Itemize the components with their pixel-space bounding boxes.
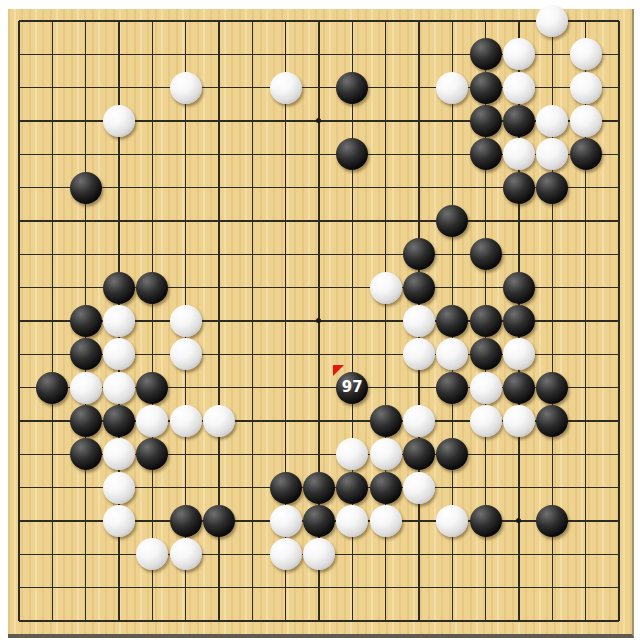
stone-white [436, 505, 468, 537]
stone-black [370, 472, 402, 504]
stone-black [336, 472, 368, 504]
stone-black [70, 338, 102, 370]
stone-black [536, 405, 568, 437]
stone-white [570, 105, 602, 137]
stone-black [436, 372, 468, 404]
stone-white [336, 505, 368, 537]
stone-white [336, 438, 368, 470]
stone-white [536, 138, 568, 170]
stone-white [536, 5, 568, 37]
stone-white [270, 505, 302, 537]
stone-white [103, 505, 135, 537]
stone-white [403, 338, 435, 370]
stone-black [270, 472, 302, 504]
stone-white [370, 438, 402, 470]
stone-black [436, 205, 468, 237]
stone-black [303, 505, 335, 537]
stone-black [136, 372, 168, 404]
stone-white [503, 405, 535, 437]
stone-black [570, 138, 602, 170]
stone-white [436, 72, 468, 104]
stone-black [536, 372, 568, 404]
move-number-label: 97 [342, 380, 363, 395]
stone-black [203, 505, 235, 537]
stone-black [503, 272, 535, 304]
stone-white [503, 138, 535, 170]
stone-black [136, 272, 168, 304]
stone-white [170, 405, 202, 437]
stone-black [170, 505, 202, 537]
stone-black [403, 238, 435, 270]
stone-white [270, 72, 302, 104]
stone-black [70, 405, 102, 437]
stone-white [103, 338, 135, 370]
stone-white [570, 38, 602, 70]
star-point [316, 118, 321, 123]
last-move-marker [333, 365, 344, 376]
stone-black [503, 105, 535, 137]
stone-white [370, 505, 402, 537]
stone-black [503, 172, 535, 204]
stone-black [70, 438, 102, 470]
grid-line-vertical [618, 21, 620, 621]
go-game-screenshot: 97 [0, 0, 640, 640]
stone-black [503, 372, 535, 404]
stone-white [403, 405, 435, 437]
stone-black [470, 105, 502, 137]
stone-white [503, 338, 535, 370]
stone-white [103, 372, 135, 404]
stone-black [136, 438, 168, 470]
stone-white [436, 338, 468, 370]
stone-white [570, 72, 602, 104]
stone-white [503, 72, 535, 104]
stone-white [470, 372, 502, 404]
stone-white [103, 105, 135, 137]
star-point [316, 318, 321, 323]
stone-black [436, 305, 468, 337]
stone-black [536, 505, 568, 537]
stone-black [470, 505, 502, 537]
stone-white [103, 438, 135, 470]
stone-white [103, 305, 135, 337]
stone-white [370, 272, 402, 304]
stone-white [270, 538, 302, 570]
stone-white [203, 405, 235, 437]
stone-black [36, 372, 68, 404]
go-board[interactable]: 97 [8, 9, 634, 638]
stone-black [470, 305, 502, 337]
stone-white [503, 38, 535, 70]
stone-white [136, 538, 168, 570]
stone-black [470, 38, 502, 70]
stone-black [103, 272, 135, 304]
stone-black [470, 72, 502, 104]
stone-white [70, 372, 102, 404]
stone-black [403, 438, 435, 470]
stone-white [403, 305, 435, 337]
stone-black [436, 438, 468, 470]
stone-white [170, 338, 202, 370]
stone-black [70, 172, 102, 204]
grid-line-horizontal [19, 620, 619, 622]
stone-white [170, 538, 202, 570]
stone-black [403, 272, 435, 304]
last-move-stone: 97 [336, 372, 368, 404]
stone-white [403, 472, 435, 504]
stone-white [136, 405, 168, 437]
stone-black [503, 305, 535, 337]
stone-black [470, 238, 502, 270]
stone-black [370, 405, 402, 437]
stone-white [303, 538, 335, 570]
stone-black [336, 72, 368, 104]
stone-black [470, 338, 502, 370]
stone-black [470, 138, 502, 170]
stone-white [170, 305, 202, 337]
stone-white [470, 405, 502, 437]
stone-white [536, 105, 568, 137]
stone-white [103, 472, 135, 504]
stone-black [336, 138, 368, 170]
stone-black [303, 472, 335, 504]
stone-white [170, 72, 202, 104]
stone-black [70, 305, 102, 337]
star-point [516, 518, 521, 523]
stone-black [536, 172, 568, 204]
grid-line-horizontal [19, 587, 619, 589]
stone-black [103, 405, 135, 437]
